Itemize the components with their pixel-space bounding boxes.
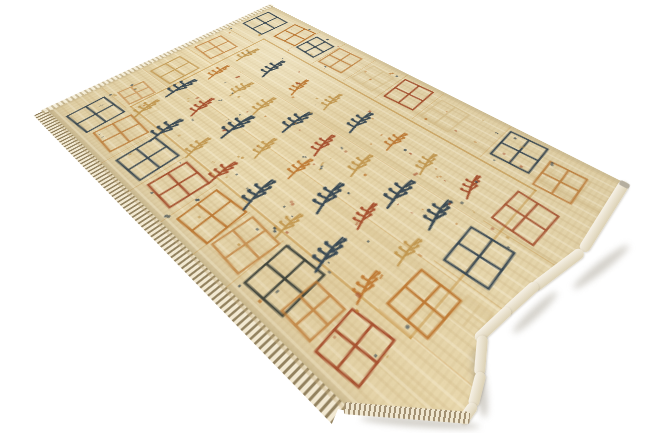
lighting-shade <box>45 6 627 433</box>
product-photo <box>0 0 650 433</box>
gabbeh-rug <box>45 6 627 433</box>
